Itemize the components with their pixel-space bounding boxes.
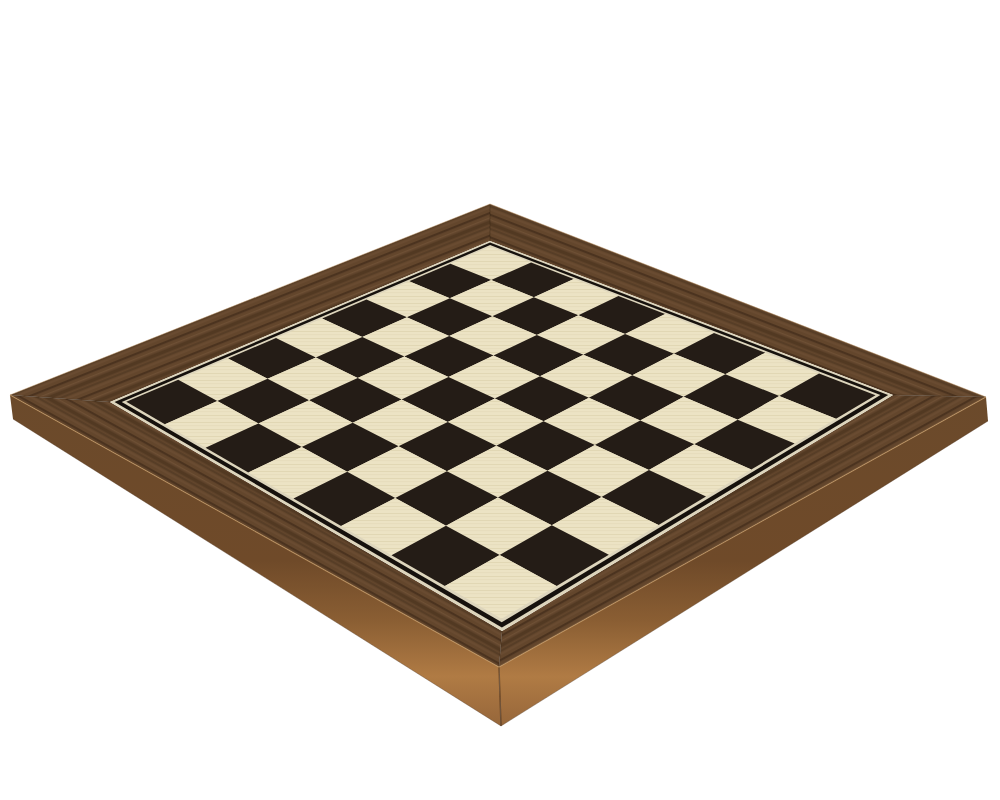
chessboard-photo (0, 0, 1000, 800)
product-photo-stage (0, 0, 1000, 800)
